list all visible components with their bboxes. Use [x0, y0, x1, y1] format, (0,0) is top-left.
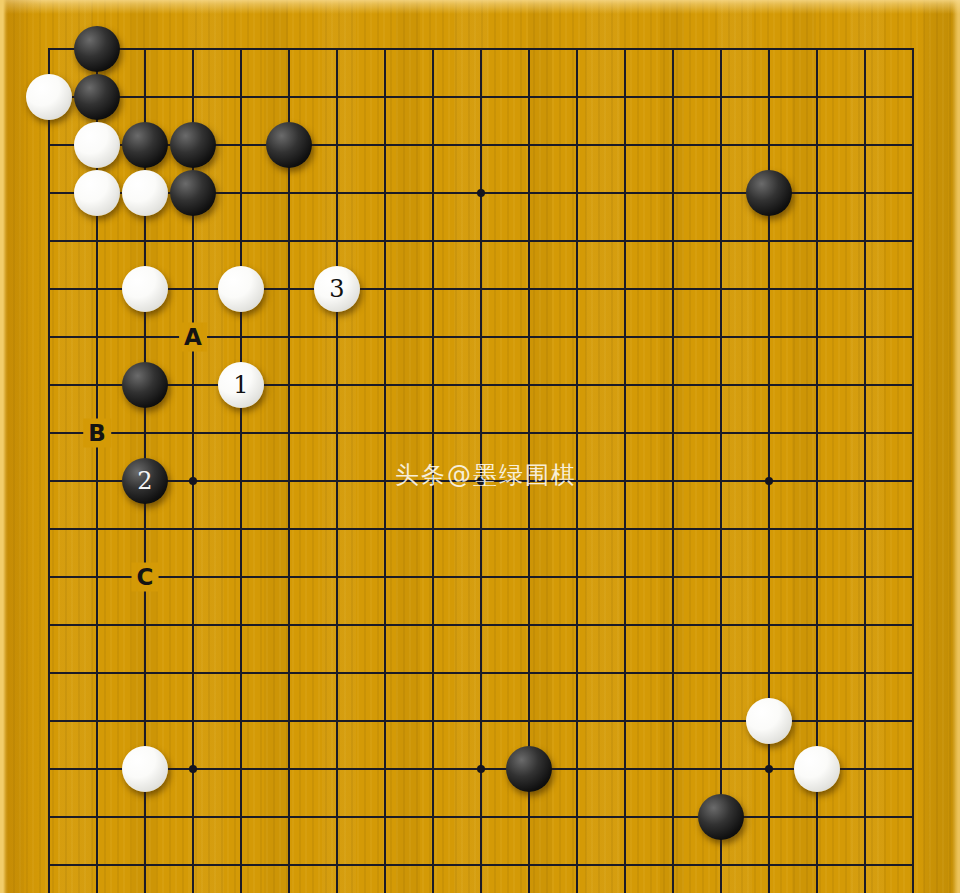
- intersection-H10[interactable]: [361, 457, 409, 505]
- intersection-O8[interactable]: [649, 553, 697, 601]
- intersection-A11[interactable]: [25, 409, 73, 457]
- intersection-L7[interactable]: [505, 601, 553, 649]
- intersection-Q16[interactable]: [745, 169, 793, 217]
- intersection-A3[interactable]: [25, 793, 73, 841]
- intersection-M5[interactable]: [553, 697, 601, 745]
- intersection-A18[interactable]: [25, 73, 73, 121]
- intersection-D6[interactable]: [169, 649, 217, 697]
- intersection-P7[interactable]: [697, 601, 745, 649]
- intersection-G14[interactable]: 3: [313, 265, 361, 313]
- intersection-B1[interactable]: [73, 889, 121, 893]
- intersection-D7[interactable]: [169, 601, 217, 649]
- intersection-L1[interactable]: [505, 889, 553, 893]
- intersection-S2[interactable]: [841, 841, 889, 889]
- intersection-E10[interactable]: [217, 457, 265, 505]
- intersection-D17[interactable]: [169, 121, 217, 169]
- intersection-C4[interactable]: [121, 745, 169, 793]
- intersection-E19[interactable]: [217, 25, 265, 73]
- intersection-G11[interactable]: [313, 409, 361, 457]
- intersection-M4[interactable]: [553, 745, 601, 793]
- intersection-S15[interactable]: [841, 217, 889, 265]
- intersection-H13[interactable]: [361, 313, 409, 361]
- intersection-F2[interactable]: [265, 841, 313, 889]
- intersection-D10[interactable]: [169, 457, 217, 505]
- intersection-A19[interactable]: [25, 25, 73, 73]
- intersection-P18[interactable]: [697, 73, 745, 121]
- intersection-E4[interactable]: [217, 745, 265, 793]
- intersection-O7[interactable]: [649, 601, 697, 649]
- intersection-K2[interactable]: [457, 841, 505, 889]
- intersection-R5[interactable]: [793, 697, 841, 745]
- intersection-A14[interactable]: [25, 265, 73, 313]
- intersection-D1[interactable]: [169, 889, 217, 893]
- white-stone-B17[interactable]: [74, 122, 120, 168]
- intersection-G1[interactable]: [313, 889, 361, 893]
- intersection-N1[interactable]: [601, 889, 649, 893]
- intersection-H4[interactable]: [361, 745, 409, 793]
- intersection-R14[interactable]: [793, 265, 841, 313]
- black-stone-F17[interactable]: [266, 122, 312, 168]
- intersection-S1[interactable]: [841, 889, 889, 893]
- intersection-O10[interactable]: [649, 457, 697, 505]
- intersection-D9[interactable]: [169, 505, 217, 553]
- intersection-D5[interactable]: [169, 697, 217, 745]
- white-stone-B16[interactable]: [74, 170, 120, 216]
- intersection-N5[interactable]: [601, 697, 649, 745]
- intersection-G7[interactable]: [313, 601, 361, 649]
- intersection-L2[interactable]: [505, 841, 553, 889]
- intersection-B10[interactable]: [73, 457, 121, 505]
- intersection-S13[interactable]: [841, 313, 889, 361]
- intersection-J18[interactable]: [409, 73, 457, 121]
- intersection-N9[interactable]: [601, 505, 649, 553]
- intersection-F12[interactable]: [265, 361, 313, 409]
- intersection-F11[interactable]: [265, 409, 313, 457]
- intersection-T9[interactable]: [889, 505, 937, 553]
- intersection-A10[interactable]: [25, 457, 73, 505]
- intersection-F19[interactable]: [265, 25, 313, 73]
- intersection-E12[interactable]: 1: [217, 361, 265, 409]
- black-stone-B18[interactable]: [74, 74, 120, 120]
- intersection-S10[interactable]: [841, 457, 889, 505]
- black-stone-P3[interactable]: [698, 794, 744, 840]
- intersection-F14[interactable]: [265, 265, 313, 313]
- intersection-D3[interactable]: [169, 793, 217, 841]
- intersection-Q14[interactable]: [745, 265, 793, 313]
- intersection-O4[interactable]: [649, 745, 697, 793]
- intersection-G18[interactable]: [313, 73, 361, 121]
- intersection-T7[interactable]: [889, 601, 937, 649]
- intersection-L5[interactable]: [505, 697, 553, 745]
- intersection-E11[interactable]: [217, 409, 265, 457]
- intersection-J12[interactable]: [409, 361, 457, 409]
- intersection-N12[interactable]: [601, 361, 649, 409]
- intersection-H11[interactable]: [361, 409, 409, 457]
- intersection-A16[interactable]: [25, 169, 73, 217]
- intersection-T8[interactable]: [889, 553, 937, 601]
- intersection-R4[interactable]: [793, 745, 841, 793]
- intersection-N14[interactable]: [601, 265, 649, 313]
- intersection-J17[interactable]: [409, 121, 457, 169]
- intersection-H8[interactable]: [361, 553, 409, 601]
- intersection-F18[interactable]: [265, 73, 313, 121]
- intersection-J1[interactable]: [409, 889, 457, 893]
- intersection-C15[interactable]: [121, 217, 169, 265]
- intersection-T15[interactable]: [889, 217, 937, 265]
- intersection-G19[interactable]: [313, 25, 361, 73]
- intersection-O11[interactable]: [649, 409, 697, 457]
- black-stone-D16[interactable]: [170, 170, 216, 216]
- intersection-E16[interactable]: [217, 169, 265, 217]
- intersection-O6[interactable]: [649, 649, 697, 697]
- intersection-D19[interactable]: [169, 25, 217, 73]
- intersection-J16[interactable]: [409, 169, 457, 217]
- intersection-N13[interactable]: [601, 313, 649, 361]
- intersection-R17[interactable]: [793, 121, 841, 169]
- intersection-E5[interactable]: [217, 697, 265, 745]
- intersection-L16[interactable]: [505, 169, 553, 217]
- intersection-L19[interactable]: [505, 25, 553, 73]
- intersection-E17[interactable]: [217, 121, 265, 169]
- intersection-B19[interactable]: [73, 25, 121, 73]
- intersection-D2[interactable]: [169, 841, 217, 889]
- intersection-S17[interactable]: [841, 121, 889, 169]
- intersection-J8[interactable]: [409, 553, 457, 601]
- intersection-D15[interactable]: [169, 217, 217, 265]
- intersection-L4[interactable]: [505, 745, 553, 793]
- intersection-S7[interactable]: [841, 601, 889, 649]
- intersection-O5[interactable]: [649, 697, 697, 745]
- intersection-O17[interactable]: [649, 121, 697, 169]
- intersection-N3[interactable]: [601, 793, 649, 841]
- intersection-T11[interactable]: [889, 409, 937, 457]
- intersection-K15[interactable]: [457, 217, 505, 265]
- intersection-H2[interactable]: [361, 841, 409, 889]
- intersection-M7[interactable]: [553, 601, 601, 649]
- intersection-F10[interactable]: [265, 457, 313, 505]
- intersection-O13[interactable]: [649, 313, 697, 361]
- intersection-Q18[interactable]: [745, 73, 793, 121]
- intersection-O2[interactable]: [649, 841, 697, 889]
- intersection-M1[interactable]: [553, 889, 601, 893]
- intersection-S5[interactable]: [841, 697, 889, 745]
- intersection-R8[interactable]: [793, 553, 841, 601]
- intersection-N18[interactable]: [601, 73, 649, 121]
- intersection-L11[interactable]: [505, 409, 553, 457]
- intersection-M14[interactable]: [553, 265, 601, 313]
- white-stone-C4[interactable]: [122, 746, 168, 792]
- intersection-N10[interactable]: [601, 457, 649, 505]
- intersection-K3[interactable]: [457, 793, 505, 841]
- intersection-P17[interactable]: [697, 121, 745, 169]
- intersection-T2[interactable]: [889, 841, 937, 889]
- intersection-B17[interactable]: [73, 121, 121, 169]
- intersection-K12[interactable]: [457, 361, 505, 409]
- intersection-P13[interactable]: [697, 313, 745, 361]
- intersection-R2[interactable]: [793, 841, 841, 889]
- intersection-R9[interactable]: [793, 505, 841, 553]
- black-stone-D17[interactable]: [170, 122, 216, 168]
- intersection-Q3[interactable]: [745, 793, 793, 841]
- white-stone-C16[interactable]: [122, 170, 168, 216]
- intersection-M19[interactable]: [553, 25, 601, 73]
- intersection-C3[interactable]: [121, 793, 169, 841]
- intersection-L6[interactable]: [505, 649, 553, 697]
- intersection-L8[interactable]: [505, 553, 553, 601]
- intersection-C6[interactable]: [121, 649, 169, 697]
- intersection-K14[interactable]: [457, 265, 505, 313]
- intersection-A9[interactable]: [25, 505, 73, 553]
- intersection-K19[interactable]: [457, 25, 505, 73]
- intersection-G6[interactable]: [313, 649, 361, 697]
- intersection-A8[interactable]: [25, 553, 73, 601]
- intersection-K17[interactable]: [457, 121, 505, 169]
- intersection-D12[interactable]: [169, 361, 217, 409]
- black-stone-Q16[interactable]: [746, 170, 792, 216]
- intersection-E14[interactable]: [217, 265, 265, 313]
- intersection-N17[interactable]: [601, 121, 649, 169]
- intersection-S4[interactable]: [841, 745, 889, 793]
- intersection-P11[interactable]: [697, 409, 745, 457]
- intersection-G8[interactable]: [313, 553, 361, 601]
- intersection-K8[interactable]: [457, 553, 505, 601]
- intersection-E15[interactable]: [217, 217, 265, 265]
- intersection-D16[interactable]: [169, 169, 217, 217]
- intersection-L15[interactable]: [505, 217, 553, 265]
- intersection-D11[interactable]: [169, 409, 217, 457]
- intersection-P8[interactable]: [697, 553, 745, 601]
- intersection-T12[interactable]: [889, 361, 937, 409]
- intersection-O12[interactable]: [649, 361, 697, 409]
- intersection-C9[interactable]: [121, 505, 169, 553]
- intersection-Q19[interactable]: [745, 25, 793, 73]
- intersection-A17[interactable]: [25, 121, 73, 169]
- intersection-F16[interactable]: [265, 169, 313, 217]
- intersection-P3[interactable]: [697, 793, 745, 841]
- intersection-E7[interactable]: [217, 601, 265, 649]
- intersection-E3[interactable]: [217, 793, 265, 841]
- intersection-T4[interactable]: [889, 745, 937, 793]
- intersection-B8[interactable]: [73, 553, 121, 601]
- intersection-A1[interactable]: [25, 889, 73, 893]
- white-stone-A18[interactable]: [26, 74, 72, 120]
- intersection-L17[interactable]: [505, 121, 553, 169]
- intersection-K10[interactable]: [457, 457, 505, 505]
- intersection-A4[interactable]: [25, 745, 73, 793]
- intersection-D18[interactable]: [169, 73, 217, 121]
- intersection-A6[interactable]: [25, 649, 73, 697]
- intersection-B4[interactable]: [73, 745, 121, 793]
- intersection-C7[interactable]: [121, 601, 169, 649]
- intersection-B6[interactable]: [73, 649, 121, 697]
- intersection-K7[interactable]: [457, 601, 505, 649]
- intersection-S6[interactable]: [841, 649, 889, 697]
- intersection-T19[interactable]: [889, 25, 937, 73]
- intersection-T3[interactable]: [889, 793, 937, 841]
- intersection-Q1[interactable]: [745, 889, 793, 893]
- intersection-J5[interactable]: [409, 697, 457, 745]
- intersection-B12[interactable]: [73, 361, 121, 409]
- intersection-M9[interactable]: [553, 505, 601, 553]
- intersection-J15[interactable]: [409, 217, 457, 265]
- intersection-B3[interactable]: [73, 793, 121, 841]
- intersection-K5[interactable]: [457, 697, 505, 745]
- intersection-F15[interactable]: [265, 217, 313, 265]
- intersection-K6[interactable]: [457, 649, 505, 697]
- intersection-K1[interactable]: [457, 889, 505, 893]
- intersection-H3[interactable]: [361, 793, 409, 841]
- intersection-O1[interactable]: [649, 889, 697, 893]
- intersection-A15[interactable]: [25, 217, 73, 265]
- intersection-A7[interactable]: [25, 601, 73, 649]
- intersection-P4[interactable]: [697, 745, 745, 793]
- intersection-R18[interactable]: [793, 73, 841, 121]
- intersection-O3[interactable]: [649, 793, 697, 841]
- intersection-H19[interactable]: [361, 25, 409, 73]
- intersection-N16[interactable]: [601, 169, 649, 217]
- intersection-B7[interactable]: [73, 601, 121, 649]
- intersection-E8[interactable]: [217, 553, 265, 601]
- intersection-B14[interactable]: [73, 265, 121, 313]
- intersection-J13[interactable]: [409, 313, 457, 361]
- intersection-A2[interactable]: [25, 841, 73, 889]
- intersection-K9[interactable]: [457, 505, 505, 553]
- intersection-R16[interactable]: [793, 169, 841, 217]
- intersection-P2[interactable]: [697, 841, 745, 889]
- intersection-S19[interactable]: [841, 25, 889, 73]
- intersection-J19[interactable]: [409, 25, 457, 73]
- intersection-B9[interactable]: [73, 505, 121, 553]
- intersection-C5[interactable]: [121, 697, 169, 745]
- white-stone-E14[interactable]: [218, 266, 264, 312]
- intersection-F4[interactable]: [265, 745, 313, 793]
- intersection-Q8[interactable]: [745, 553, 793, 601]
- intersection-E18[interactable]: [217, 73, 265, 121]
- intersection-M16[interactable]: [553, 169, 601, 217]
- intersection-B18[interactable]: [73, 73, 121, 121]
- intersection-N4[interactable]: [601, 745, 649, 793]
- white-stone-E12[interactable]: 1: [218, 362, 264, 408]
- intersection-K11[interactable]: [457, 409, 505, 457]
- intersection-J9[interactable]: [409, 505, 457, 553]
- intersection-T16[interactable]: [889, 169, 937, 217]
- intersection-D13[interactable]: A: [169, 313, 217, 361]
- intersection-P9[interactable]: [697, 505, 745, 553]
- intersection-Q6[interactable]: [745, 649, 793, 697]
- intersection-C18[interactable]: [121, 73, 169, 121]
- intersection-T5[interactable]: [889, 697, 937, 745]
- intersection-M10[interactable]: [553, 457, 601, 505]
- intersection-T17[interactable]: [889, 121, 937, 169]
- intersection-B13[interactable]: [73, 313, 121, 361]
- intersection-L9[interactable]: [505, 505, 553, 553]
- intersection-O19[interactable]: [649, 25, 697, 73]
- intersection-P14[interactable]: [697, 265, 745, 313]
- intersection-P5[interactable]: [697, 697, 745, 745]
- intersection-S11[interactable]: [841, 409, 889, 457]
- intersection-D14[interactable]: [169, 265, 217, 313]
- intersection-H1[interactable]: [361, 889, 409, 893]
- intersection-H17[interactable]: [361, 121, 409, 169]
- intersection-Q4[interactable]: [745, 745, 793, 793]
- intersection-N2[interactable]: [601, 841, 649, 889]
- intersection-J7[interactable]: [409, 601, 457, 649]
- intersection-Q9[interactable]: [745, 505, 793, 553]
- intersection-F5[interactable]: [265, 697, 313, 745]
- intersection-N11[interactable]: [601, 409, 649, 457]
- intersection-G3[interactable]: [313, 793, 361, 841]
- intersection-S16[interactable]: [841, 169, 889, 217]
- intersection-T1[interactable]: [889, 889, 937, 893]
- intersection-R3[interactable]: [793, 793, 841, 841]
- intersection-T14[interactable]: [889, 265, 937, 313]
- intersection-T18[interactable]: [889, 73, 937, 121]
- intersection-G4[interactable]: [313, 745, 361, 793]
- intersection-M17[interactable]: [553, 121, 601, 169]
- white-stone-R4[interactable]: [794, 746, 840, 792]
- intersection-E1[interactable]: [217, 889, 265, 893]
- intersection-M12[interactable]: [553, 361, 601, 409]
- intersection-C16[interactable]: [121, 169, 169, 217]
- intersection-C2[interactable]: [121, 841, 169, 889]
- intersection-H18[interactable]: [361, 73, 409, 121]
- intersection-D4[interactable]: [169, 745, 217, 793]
- intersection-P19[interactable]: [697, 25, 745, 73]
- intersection-K13[interactable]: [457, 313, 505, 361]
- intersection-L12[interactable]: [505, 361, 553, 409]
- intersection-J6[interactable]: [409, 649, 457, 697]
- intersection-Q10[interactable]: [745, 457, 793, 505]
- intersection-O9[interactable]: [649, 505, 697, 553]
- intersection-K16[interactable]: [457, 169, 505, 217]
- intersection-J14[interactable]: [409, 265, 457, 313]
- intersection-P12[interactable]: [697, 361, 745, 409]
- intersection-Q11[interactable]: [745, 409, 793, 457]
- intersection-R7[interactable]: [793, 601, 841, 649]
- intersection-C1[interactable]: [121, 889, 169, 893]
- intersection-R1[interactable]: [793, 889, 841, 893]
- intersection-B15[interactable]: [73, 217, 121, 265]
- intersection-F13[interactable]: [265, 313, 313, 361]
- intersection-R12[interactable]: [793, 361, 841, 409]
- intersection-J10[interactable]: [409, 457, 457, 505]
- intersection-J2[interactable]: [409, 841, 457, 889]
- intersection-R13[interactable]: [793, 313, 841, 361]
- intersection-L14[interactable]: [505, 265, 553, 313]
- intersection-C12[interactable]: [121, 361, 169, 409]
- intersection-Q13[interactable]: [745, 313, 793, 361]
- intersection-S14[interactable]: [841, 265, 889, 313]
- white-stone-C14[interactable]: [122, 266, 168, 312]
- intersection-L13[interactable]: [505, 313, 553, 361]
- intersection-L10[interactable]: [505, 457, 553, 505]
- intersection-N7[interactable]: [601, 601, 649, 649]
- intersection-Q5[interactable]: [745, 697, 793, 745]
- intersection-S9[interactable]: [841, 505, 889, 553]
- intersection-R11[interactable]: [793, 409, 841, 457]
- intersection-H6[interactable]: [361, 649, 409, 697]
- intersection-N19[interactable]: [601, 25, 649, 73]
- intersection-M8[interactable]: [553, 553, 601, 601]
- intersection-S8[interactable]: [841, 553, 889, 601]
- intersection-G13[interactable]: [313, 313, 361, 361]
- intersection-E2[interactable]: [217, 841, 265, 889]
- intersection-C14[interactable]: [121, 265, 169, 313]
- intersection-B11[interactable]: B: [73, 409, 121, 457]
- intersection-S3[interactable]: [841, 793, 889, 841]
- intersection-K4[interactable]: [457, 745, 505, 793]
- intersection-O14[interactable]: [649, 265, 697, 313]
